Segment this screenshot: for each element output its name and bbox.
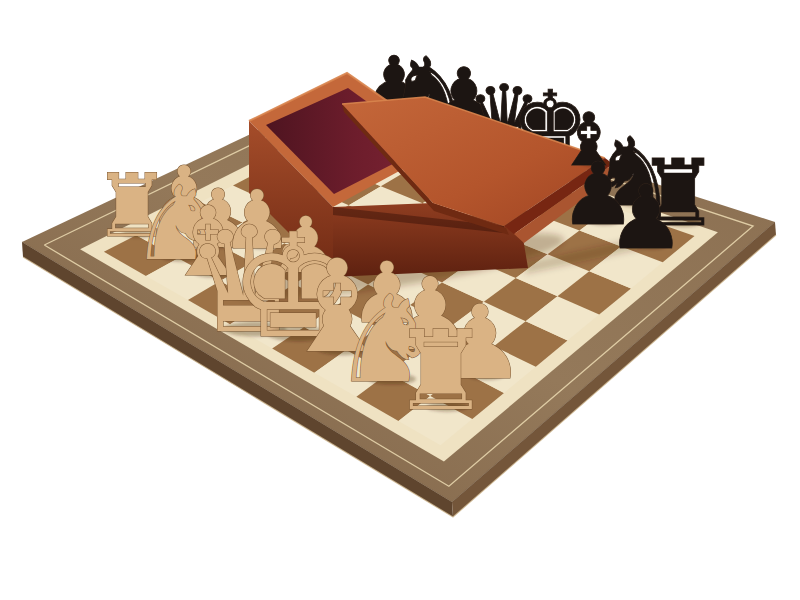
chess-set-photo: ♟♞♟♛♚ ♝♞♟♟♜♜♟♟♟♞♟♝♟♛♚♟♝♟♞♜ <box>0 0 800 600</box>
product-photo-stage: ♟♞♟♛♚ ♝♞♟♟♜♜♟♟♟♞♟♝♟♛♚♟♝♟♞♜ <box>0 0 800 600</box>
white-rook: ♜ <box>392 307 491 435</box>
black-pawn: ♟ <box>607 166 686 269</box>
